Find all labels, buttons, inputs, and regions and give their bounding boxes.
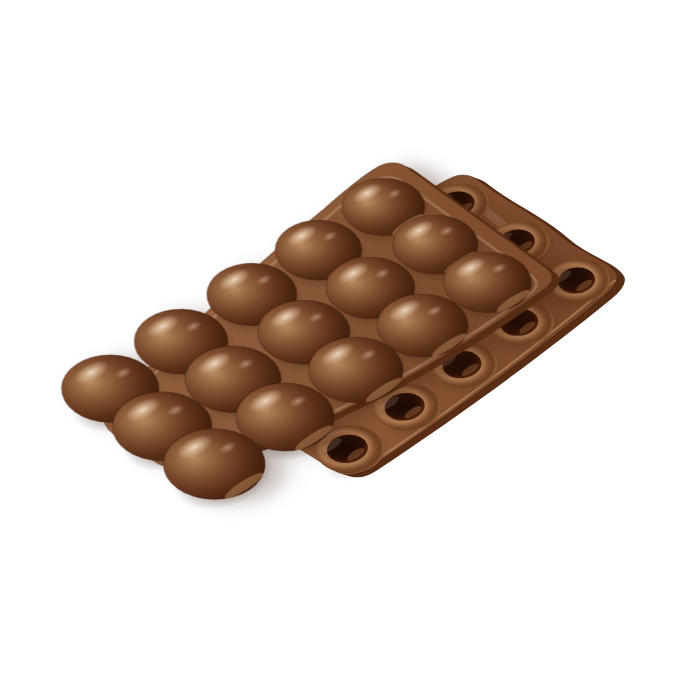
product-photo-scene (0, 0, 700, 700)
